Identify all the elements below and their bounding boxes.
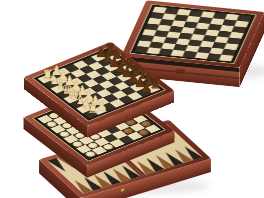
square [169,26,184,33]
closed-box [139,0,247,88]
backgammon-point [170,148,193,163]
draughts-disc [102,143,115,150]
square [114,82,129,91]
backgammon-point [180,145,203,160]
square: ♝ [50,85,65,94]
clasp [175,67,186,74]
square: ♝ [132,75,147,84]
backgammon-point [70,178,93,193]
square: ♝ [113,60,128,69]
backgammon-point [161,151,184,166]
square [219,55,234,62]
product-photo-stage: ♜♟♟♜♞♟♟♞♝♟♟♝♛♟♟♛♚♟♟♚♝♟♟♝♞♟♟♞♜♟♟♜ [0,0,264,198]
chess-board-frame: ♜♟♟♜♞♟♟♞♝♟♟♝♛♟♟♛♚♟♟♚♝♟♟♝♞♟♟♞♜♟♟♜ [24,42,175,126]
chess-board-layer: ♜♟♟♜♞♟♟♞♝♟♟♝♛♟♟♛♚♟♟♚♝♟♟♝♞♟♟♞♜♟♟♜ [45,30,153,138]
chess-piece: ♜ [104,43,116,56]
latch [121,188,124,192]
chess-piece: ♞ [143,73,155,86]
